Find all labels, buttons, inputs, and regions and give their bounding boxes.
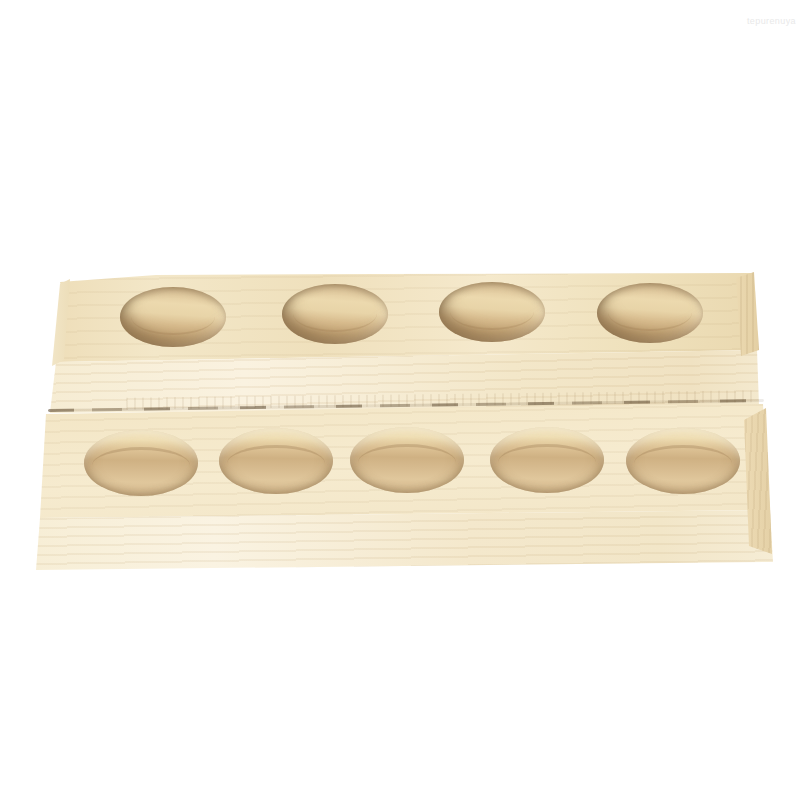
- pit-hole-top-3: [439, 282, 545, 342]
- pit-hole-bottom-1: [84, 430, 198, 496]
- pit-hole-bottom-3: [350, 427, 464, 493]
- pit-hole-bottom-5: [626, 428, 740, 494]
- pit-hole-bottom-4: [490, 427, 604, 493]
- pit-hole-top-4: [597, 283, 703, 343]
- watermark-text: tepurenuya: [736, 16, 796, 25]
- product-photo-canvas: tepurenuya: [0, 0, 800, 800]
- pit-hole-top-1: [120, 287, 226, 347]
- tray: [36, 266, 781, 581]
- pit-hole-top-2: [282, 284, 388, 344]
- pit-hole-bottom-2: [219, 428, 333, 494]
